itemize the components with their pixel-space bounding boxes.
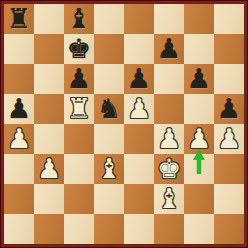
square-a7[interactable] [4, 34, 34, 64]
square-a6[interactable] [4, 64, 34, 94]
square-c2[interactable] [64, 184, 94, 214]
square-a3[interactable] [4, 154, 34, 184]
piece-white-pawn[interactable]: ♟ [187, 124, 211, 154]
square-e8[interactable] [124, 4, 154, 34]
square-b3[interactable]: ♟ [34, 154, 64, 184]
square-c4[interactable] [64, 124, 94, 154]
square-g2[interactable] [184, 184, 214, 214]
square-a5[interactable]: ♟ [4, 94, 34, 124]
square-d1[interactable] [94, 214, 124, 244]
piece-white-pawn[interactable]: ♟ [127, 94, 151, 124]
square-d8[interactable] [94, 4, 124, 34]
piece-white-rook[interactable]: ♜ [67, 94, 91, 124]
square-g6[interactable]: ♟ [184, 64, 214, 94]
square-g1[interactable] [184, 214, 214, 244]
piece-white-pawn[interactable]: ♟ [217, 124, 241, 154]
piece-white-king[interactable]: ♚ [157, 154, 181, 184]
piece-black-pawn[interactable]: ♟ [127, 64, 151, 94]
square-f7[interactable]: ♟ [154, 34, 184, 64]
piece-white-bishop[interactable]: ♝ [97, 154, 121, 184]
square-g8[interactable] [184, 4, 214, 34]
square-b4[interactable] [34, 124, 64, 154]
square-e5[interactable]: ♟ [124, 94, 154, 124]
square-b2[interactable] [34, 184, 64, 214]
piece-black-rook[interactable]: ♜ [7, 4, 31, 34]
square-h8[interactable] [214, 4, 244, 34]
square-c8[interactable]: ♝ [64, 4, 94, 34]
piece-black-pawn[interactable]: ♟ [67, 64, 91, 94]
square-h5[interactable]: ♟ [214, 94, 244, 124]
square-c7[interactable]: ♚ [64, 34, 94, 64]
piece-black-knight[interactable]: ♞ [97, 94, 121, 124]
piece-black-pawn[interactable]: ♟ [7, 94, 31, 124]
square-f4[interactable]: ♟ [154, 124, 184, 154]
piece-black-pawn[interactable]: ♟ [157, 34, 181, 64]
piece-white-pawn[interactable]: ♟ [157, 124, 181, 154]
square-a1[interactable] [4, 214, 34, 244]
square-g3[interactable] [184, 154, 214, 184]
square-a8[interactable]: ♜ [4, 4, 34, 34]
square-c6[interactable]: ♟ [64, 64, 94, 94]
square-d6[interactable] [94, 64, 124, 94]
piece-white-pawn[interactable]: ♟ [37, 154, 61, 184]
square-e2[interactable] [124, 184, 154, 214]
square-a4[interactable]: ♟ [4, 124, 34, 154]
square-b5[interactable] [34, 94, 64, 124]
square-b8[interactable] [34, 4, 64, 34]
square-f3[interactable]: ♚ [154, 154, 184, 184]
piece-white-bishop[interactable]: ♝ [157, 184, 181, 214]
piece-black-king[interactable]: ♚ [67, 34, 91, 64]
square-f2[interactable]: ♝ [154, 184, 184, 214]
piece-black-pawn[interactable]: ♟ [187, 64, 211, 94]
square-e3[interactable] [124, 154, 154, 184]
square-e1[interactable] [124, 214, 154, 244]
square-e7[interactable] [124, 34, 154, 64]
piece-white-pawn[interactable]: ♟ [7, 124, 31, 154]
square-g7[interactable] [184, 34, 214, 64]
square-h3[interactable] [214, 154, 244, 184]
square-g5[interactable] [184, 94, 214, 124]
square-b1[interactable] [34, 214, 64, 244]
square-c5[interactable]: ♜ [64, 94, 94, 124]
square-f1[interactable] [154, 214, 184, 244]
square-h4[interactable]: ♟ [214, 124, 244, 154]
piece-black-bishop[interactable]: ♝ [67, 4, 91, 34]
square-h1[interactable] [214, 214, 244, 244]
square-d4[interactable] [94, 124, 124, 154]
square-d5[interactable]: ♞ [94, 94, 124, 124]
piece-black-pawn[interactable]: ♟ [217, 94, 241, 124]
square-e4[interactable] [124, 124, 154, 154]
square-a2[interactable] [4, 184, 34, 214]
square-f8[interactable] [154, 4, 184, 34]
board-frame: ♜♝♚♟♟♟♟♟♜♞♟♟♟♟♟♟♟♝♚♝ [0, 0, 248, 248]
square-h7[interactable] [214, 34, 244, 64]
square-b6[interactable] [34, 64, 64, 94]
square-d3[interactable]: ♝ [94, 154, 124, 184]
square-b7[interactable] [34, 34, 64, 64]
square-h6[interactable] [214, 64, 244, 94]
square-f6[interactable] [154, 64, 184, 94]
square-d2[interactable] [94, 184, 124, 214]
square-c3[interactable] [64, 154, 94, 184]
square-c1[interactable] [64, 214, 94, 244]
square-d7[interactable] [94, 34, 124, 64]
square-h2[interactable] [214, 184, 244, 214]
square-g4[interactable]: ♟ [184, 124, 214, 154]
square-f5[interactable] [154, 94, 184, 124]
square-e6[interactable]: ♟ [124, 64, 154, 94]
chess-board: ♜♝♚♟♟♟♟♟♜♞♟♟♟♟♟♟♟♝♚♝ [4, 4, 244, 244]
